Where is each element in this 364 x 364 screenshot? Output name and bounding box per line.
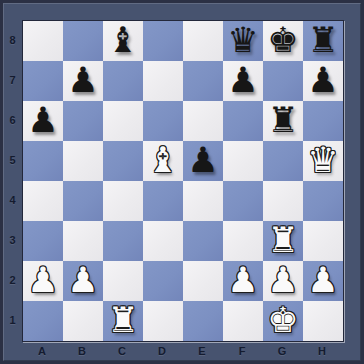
- square-e3[interactable]: [183, 221, 223, 261]
- square-h4[interactable]: [303, 181, 343, 221]
- square-h6[interactable]: [303, 101, 343, 141]
- black-rook-h8[interactable]: ♜: [307, 20, 338, 60]
- black-bishop-c8[interactable]: ♝: [107, 20, 138, 60]
- white-pawn-g2[interactable]: ♟: [267, 260, 298, 300]
- square-e6[interactable]: [183, 101, 223, 141]
- square-f5[interactable]: [223, 141, 263, 181]
- file-label-f: F: [222, 342, 262, 364]
- square-b2[interactable]: ♟: [63, 261, 103, 301]
- square-a4[interactable]: [23, 181, 63, 221]
- rank-label-4: 4: [3, 180, 22, 220]
- square-a6[interactable]: ♟: [23, 101, 63, 141]
- square-f3[interactable]: [223, 221, 263, 261]
- square-g7[interactable]: [263, 61, 303, 101]
- square-e5[interactable]: ♟: [183, 141, 223, 181]
- rank-label-5: 5: [3, 140, 22, 180]
- rank-label-7: 7: [3, 60, 22, 100]
- chess-board-frame: 87654321 ♝♛♚♜♟♟♟♟♜♝♟♛♜♟♟♟♟♟♜♚ ABCDEFGH: [0, 0, 364, 364]
- square-d3[interactable]: [143, 221, 183, 261]
- square-c7[interactable]: [103, 61, 143, 101]
- square-a1[interactable]: [23, 301, 63, 341]
- square-h8[interactable]: ♜: [303, 21, 343, 61]
- square-g6[interactable]: ♜: [263, 101, 303, 141]
- square-a2[interactable]: ♟: [23, 261, 63, 301]
- rank-labels: 87654321: [3, 20, 22, 340]
- square-g3[interactable]: ♜: [263, 221, 303, 261]
- square-f8[interactable]: ♛: [223, 21, 263, 61]
- square-h1[interactable]: [303, 301, 343, 341]
- file-labels: ABCDEFGH: [22, 342, 342, 364]
- square-f4[interactable]: [223, 181, 263, 221]
- square-d6[interactable]: [143, 101, 183, 141]
- white-queen-h5[interactable]: ♛: [307, 140, 338, 180]
- square-g5[interactable]: [263, 141, 303, 181]
- square-g8[interactable]: ♚: [263, 21, 303, 61]
- white-rook-c1[interactable]: ♜: [107, 300, 138, 340]
- square-a5[interactable]: [23, 141, 63, 181]
- rank-label-6: 6: [3, 100, 22, 140]
- square-f2[interactable]: ♟: [223, 261, 263, 301]
- square-d7[interactable]: [143, 61, 183, 101]
- file-label-h: H: [302, 342, 342, 364]
- square-b7[interactable]: ♟: [63, 61, 103, 101]
- file-label-b: B: [62, 342, 102, 364]
- file-label-a: A: [22, 342, 62, 364]
- square-b5[interactable]: [63, 141, 103, 181]
- black-pawn-h7[interactable]: ♟: [307, 60, 338, 100]
- white-pawn-h2[interactable]: ♟: [307, 260, 338, 300]
- black-pawn-e5[interactable]: ♟: [187, 140, 218, 180]
- rank-label-3: 3: [3, 220, 22, 260]
- file-label-e: E: [182, 342, 222, 364]
- rank-label-2: 2: [3, 260, 22, 300]
- white-bishop-d5[interactable]: ♝: [147, 140, 178, 180]
- square-c2[interactable]: [103, 261, 143, 301]
- file-label-d: D: [142, 342, 182, 364]
- file-label-c: C: [102, 342, 142, 364]
- square-c8[interactable]: ♝: [103, 21, 143, 61]
- square-c3[interactable]: [103, 221, 143, 261]
- rank-label-8: 8: [3, 20, 22, 60]
- black-rook-g6[interactable]: ♜: [267, 100, 298, 140]
- square-e8[interactable]: [183, 21, 223, 61]
- square-d1[interactable]: [143, 301, 183, 341]
- square-d5[interactable]: ♝: [143, 141, 183, 181]
- white-rook-g3[interactable]: ♜: [267, 220, 298, 260]
- square-e2[interactable]: [183, 261, 223, 301]
- square-b3[interactable]: [63, 221, 103, 261]
- square-c6[interactable]: [103, 101, 143, 141]
- square-g4[interactable]: [263, 181, 303, 221]
- square-b4[interactable]: [63, 181, 103, 221]
- square-g2[interactable]: ♟: [263, 261, 303, 301]
- file-label-g: G: [262, 342, 302, 364]
- white-pawn-f2[interactable]: ♟: [227, 260, 258, 300]
- square-h3[interactable]: [303, 221, 343, 261]
- square-d8[interactable]: [143, 21, 183, 61]
- square-e4[interactable]: [183, 181, 223, 221]
- square-d4[interactable]: [143, 181, 183, 221]
- square-g1[interactable]: ♚: [263, 301, 303, 341]
- white-pawn-a2[interactable]: ♟: [27, 260, 58, 300]
- square-c1[interactable]: ♜: [103, 301, 143, 341]
- black-pawn-f7[interactable]: ♟: [227, 60, 258, 100]
- square-h5[interactable]: ♛: [303, 141, 343, 181]
- square-b8[interactable]: [63, 21, 103, 61]
- square-f7[interactable]: ♟: [223, 61, 263, 101]
- black-pawn-b7[interactable]: ♟: [67, 60, 98, 100]
- square-b1[interactable]: [63, 301, 103, 341]
- square-f6[interactable]: [223, 101, 263, 141]
- square-f1[interactable]: [223, 301, 263, 341]
- square-a7[interactable]: [23, 61, 63, 101]
- square-c4[interactable]: [103, 181, 143, 221]
- black-king-g8[interactable]: ♚: [267, 20, 298, 60]
- white-king-g1[interactable]: ♚: [267, 300, 298, 340]
- black-queen-f8[interactable]: ♛: [227, 20, 258, 60]
- square-a3[interactable]: [23, 221, 63, 261]
- square-e7[interactable]: [183, 61, 223, 101]
- white-pawn-b2[interactable]: ♟: [67, 260, 98, 300]
- black-pawn-a6[interactable]: ♟: [27, 100, 58, 140]
- square-h2[interactable]: ♟: [303, 261, 343, 301]
- square-h7[interactable]: ♟: [303, 61, 343, 101]
- square-c5[interactable]: [103, 141, 143, 181]
- chess-board: ♝♛♚♜♟♟♟♟♜♝♟♛♜♟♟♟♟♟♜♚: [22, 20, 344, 342]
- square-b6[interactable]: [63, 101, 103, 141]
- square-a8[interactable]: [23, 21, 63, 61]
- square-e1[interactable]: [183, 301, 223, 341]
- square-d2[interactable]: [143, 261, 183, 301]
- rank-label-1: 1: [3, 300, 22, 340]
